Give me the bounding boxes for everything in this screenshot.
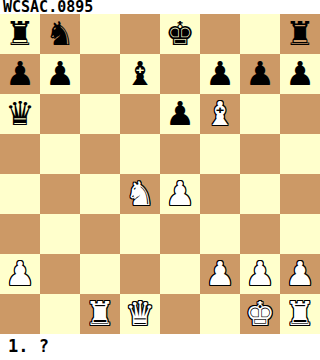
black-pawn[interactable]: ♟ [45, 54, 75, 94]
square-h2[interactable]: ♟ [280, 254, 320, 294]
square-a6[interactable]: ♛ [0, 94, 40, 134]
black-rook[interactable]: ♜ [285, 14, 315, 54]
square-g6[interactable] [240, 94, 280, 134]
square-h6[interactable] [280, 94, 320, 134]
white-rook[interactable]: ♜ [285, 294, 315, 334]
square-c4[interactable] [80, 174, 120, 214]
square-f8[interactable] [200, 14, 240, 54]
square-e5[interactable] [160, 134, 200, 174]
black-knight[interactable]: ♞ [45, 14, 75, 54]
square-f3[interactable] [200, 214, 240, 254]
square-a1[interactable] [0, 294, 40, 334]
white-rook[interactable]: ♜ [85, 294, 115, 334]
square-a2[interactable]: ♟ [0, 254, 40, 294]
square-g5[interactable] [240, 134, 280, 174]
square-c2[interactable] [80, 254, 120, 294]
square-d6[interactable] [120, 94, 160, 134]
black-pawn[interactable]: ♟ [245, 54, 275, 94]
white-pawn[interactable]: ♟ [245, 254, 275, 294]
black-pawn[interactable]: ♟ [205, 54, 235, 94]
square-f6[interactable]: ♝ [200, 94, 240, 134]
white-king[interactable]: ♚ [245, 294, 275, 334]
square-c7[interactable] [80, 54, 120, 94]
square-e6[interactable]: ♟ [160, 94, 200, 134]
square-g1[interactable]: ♚ [240, 294, 280, 334]
square-a5[interactable] [0, 134, 40, 174]
square-a4[interactable] [0, 174, 40, 214]
square-h4[interactable] [280, 174, 320, 214]
black-bishop[interactable]: ♝ [125, 54, 155, 94]
square-d7[interactable]: ♝ [120, 54, 160, 94]
white-pawn[interactable]: ♟ [205, 254, 235, 294]
square-h7[interactable]: ♟ [280, 54, 320, 94]
square-e3[interactable] [160, 214, 200, 254]
chess-puzzle-window: WCSAC.0895 ♜♞♚♜♟♟♝♟♟♟♛♟♝♞♟♟♟♟♟♜♛♚♜ 1. ? [0, 0, 320, 360]
square-d3[interactable] [120, 214, 160, 254]
square-g7[interactable]: ♟ [240, 54, 280, 94]
square-g4[interactable] [240, 174, 280, 214]
square-c1[interactable]: ♜ [80, 294, 120, 334]
puzzle-title: WCSAC.0895 [3, 0, 93, 14]
square-f2[interactable]: ♟ [200, 254, 240, 294]
black-queen[interactable]: ♛ [5, 94, 35, 134]
square-g8[interactable] [240, 14, 280, 54]
white-pawn[interactable]: ♟ [5, 254, 35, 294]
square-d8[interactable] [120, 14, 160, 54]
square-h5[interactable] [280, 134, 320, 174]
square-a7[interactable]: ♟ [0, 54, 40, 94]
square-e1[interactable] [160, 294, 200, 334]
square-f7[interactable]: ♟ [200, 54, 240, 94]
square-e2[interactable] [160, 254, 200, 294]
black-pawn[interactable]: ♟ [5, 54, 35, 94]
white-pawn[interactable]: ♟ [285, 254, 315, 294]
square-h1[interactable]: ♜ [280, 294, 320, 334]
square-f5[interactable] [200, 134, 240, 174]
black-rook[interactable]: ♜ [5, 14, 35, 54]
square-c5[interactable] [80, 134, 120, 174]
square-g3[interactable] [240, 214, 280, 254]
square-e4[interactable]: ♟ [160, 174, 200, 214]
square-b6[interactable] [40, 94, 80, 134]
square-h3[interactable] [280, 214, 320, 254]
square-a3[interactable] [0, 214, 40, 254]
square-b1[interactable] [40, 294, 80, 334]
move-prompt: 1. ? [8, 336, 49, 356]
square-c3[interactable] [80, 214, 120, 254]
square-e7[interactable] [160, 54, 200, 94]
square-d4[interactable]: ♞ [120, 174, 160, 214]
square-c8[interactable] [80, 14, 120, 54]
square-f1[interactable] [200, 294, 240, 334]
white-pawn[interactable]: ♟ [165, 174, 195, 214]
square-g2[interactable]: ♟ [240, 254, 280, 294]
black-king[interactable]: ♚ [165, 14, 195, 54]
square-d2[interactable] [120, 254, 160, 294]
square-b2[interactable] [40, 254, 80, 294]
square-e8[interactable]: ♚ [160, 14, 200, 54]
square-c6[interactable] [80, 94, 120, 134]
white-knight[interactable]: ♞ [125, 174, 155, 214]
square-d1[interactable]: ♛ [120, 294, 160, 334]
square-b3[interactable] [40, 214, 80, 254]
square-f4[interactable] [200, 174, 240, 214]
chess-board: ♜♞♚♜♟♟♝♟♟♟♛♟♝♞♟♟♟♟♟♜♛♚♜ [0, 14, 320, 334]
square-b5[interactable] [40, 134, 80, 174]
black-pawn[interactable]: ♟ [165, 94, 195, 134]
square-b7[interactable]: ♟ [40, 54, 80, 94]
square-h8[interactable]: ♜ [280, 14, 320, 54]
black-pawn[interactable]: ♟ [285, 54, 315, 94]
square-d5[interactable] [120, 134, 160, 174]
square-b4[interactable] [40, 174, 80, 214]
white-bishop[interactable]: ♝ [205, 94, 235, 134]
white-queen[interactable]: ♛ [125, 294, 155, 334]
square-a8[interactable]: ♜ [0, 14, 40, 54]
square-b8[interactable]: ♞ [40, 14, 80, 54]
